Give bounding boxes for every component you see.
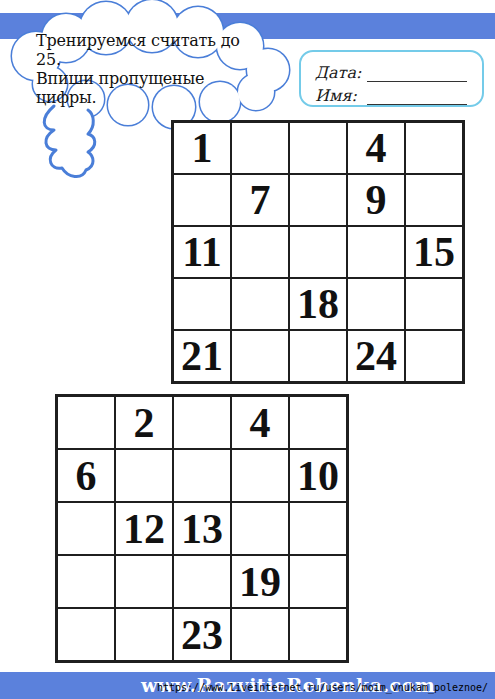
date-label: Дата: [315, 64, 359, 82]
cell-r2c3-blank[interactable] [289, 174, 347, 226]
cell-r4c1-blank[interactable] [173, 278, 231, 330]
worksheet-page: Тренируемся считать до 25. Впиши пропуще… [0, 0, 495, 699]
cell-r3c3-given: 13 [173, 502, 231, 555]
cell-r4c4-given: 19 [231, 555, 289, 608]
cell-r3c1-blank[interactable] [57, 502, 115, 555]
cell-r1c5-blank[interactable] [405, 122, 463, 174]
cell-r5c5-blank[interactable] [289, 608, 347, 661]
cell-r4c3-given: 18 [289, 278, 347, 330]
cell-r2c4-blank[interactable] [231, 449, 289, 502]
cell-r2c1-blank[interactable] [173, 174, 231, 226]
counting-grid-top: 14791115182124 [171, 120, 465, 384]
instructions-text: Тренируемся считать до 25. Впиши пропуще… [36, 31, 256, 107]
cell-r1c5-blank[interactable] [289, 396, 347, 449]
cell-r5c2-blank[interactable] [115, 608, 173, 661]
name-label: Имя: [315, 87, 359, 105]
cell-r1c3-blank[interactable] [173, 396, 231, 449]
cell-r5c3-blank[interactable] [289, 330, 347, 382]
cell-r4c1-blank[interactable] [57, 555, 115, 608]
source-url: https://www.liveinternet.ru/users/moim_v… [157, 682, 488, 693]
cell-r4c3-blank[interactable] [173, 555, 231, 608]
instruction-line-1: Тренируемся считать до 25. [36, 31, 256, 69]
cell-r5c5-blank[interactable] [405, 330, 463, 382]
cell-r5c3-given: 23 [173, 608, 231, 661]
name-write-line[interactable] [367, 88, 467, 105]
cell-r3c1-given: 11 [173, 226, 231, 278]
cell-r3c2-given: 12 [115, 502, 173, 555]
cell-r2c4-given: 9 [347, 174, 405, 226]
instruction-line-2: Впиши пропущеные цифры. [36, 69, 256, 107]
cell-r3c4-blank[interactable] [231, 502, 289, 555]
cell-r2c3-blank[interactable] [173, 449, 231, 502]
name-date-box: Дата: Имя: [299, 50, 484, 107]
cell-r1c4-given: 4 [231, 396, 289, 449]
date-row: Дата: [315, 59, 482, 82]
cell-r5c2-blank[interactable] [231, 330, 289, 382]
cell-r3c2-blank[interactable] [231, 226, 289, 278]
cell-r3c5-blank[interactable] [289, 502, 347, 555]
cell-r1c2-blank[interactable] [231, 122, 289, 174]
cell-r1c1-blank[interactable] [57, 396, 115, 449]
cell-r1c4-given: 4 [347, 122, 405, 174]
cell-r4c2-blank[interactable] [115, 555, 173, 608]
cell-r3c5-given: 15 [405, 226, 463, 278]
cell-r5c4-blank[interactable] [231, 608, 289, 661]
cell-r4c2-blank[interactable] [231, 278, 289, 330]
cell-r4c5-blank[interactable] [289, 555, 347, 608]
date-write-line[interactable] [367, 65, 467, 82]
cell-r2c5-given: 10 [289, 449, 347, 502]
cell-r1c3-blank[interactable] [289, 122, 347, 174]
cell-r3c3-blank[interactable] [289, 226, 347, 278]
cell-r4c4-blank[interactable] [347, 278, 405, 330]
cell-r2c2-given: 7 [231, 174, 289, 226]
cell-r3c4-blank[interactable] [347, 226, 405, 278]
cell-r5c4-given: 24 [347, 330, 405, 382]
cell-r5c1-given: 21 [173, 330, 231, 382]
cell-r4c5-blank[interactable] [405, 278, 463, 330]
cell-r2c2-blank[interactable] [115, 449, 173, 502]
cell-r1c1-given: 1 [173, 122, 231, 174]
cell-r2c5-blank[interactable] [405, 174, 463, 226]
cell-r5c1-blank[interactable] [57, 608, 115, 661]
cloud-tail [44, 106, 95, 177]
counting-grid-bottom: 2461012131923 [55, 394, 349, 663]
cell-r2c1-given: 6 [57, 449, 115, 502]
name-row: Имя: [315, 82, 482, 105]
cell-r1c2-given: 2 [115, 396, 173, 449]
